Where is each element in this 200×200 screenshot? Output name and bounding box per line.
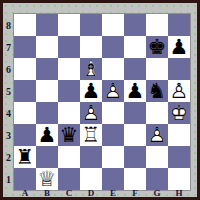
square-g8[interactable] — [146, 14, 168, 36]
square-h3[interactable] — [168, 124, 190, 146]
square-c1[interactable] — [58, 168, 80, 190]
square-g1[interactable] — [146, 168, 168, 190]
white-pawn-e5-outline: ♙ — [102, 80, 124, 102]
square-c6[interactable] — [58, 58, 80, 80]
square-e2[interactable] — [102, 146, 124, 168]
square-b6[interactable] — [36, 58, 58, 80]
white-queen-b1-outline: ♕ — [36, 168, 58, 190]
square-g6[interactable] — [146, 58, 168, 80]
square-d6[interactable]: ♝♗ — [80, 58, 102, 80]
rank-labels: 87654321 — [3, 14, 14, 190]
square-e1[interactable] — [102, 168, 124, 190]
file-labels: ABCDEFGH — [14, 189, 190, 197]
square-b8[interactable] — [36, 14, 58, 36]
square-a8[interactable] — [14, 14, 36, 36]
file-label-b: B — [36, 189, 58, 198]
black-pawn-h7[interactable]: ♟ — [168, 36, 190, 58]
square-h7[interactable]: ♟ — [168, 36, 190, 58]
square-e4[interactable] — [102, 102, 124, 124]
black-king-g7[interactable]: ♚ — [146, 36, 168, 58]
square-e6[interactable] — [102, 58, 124, 80]
square-d8[interactable] — [80, 14, 102, 36]
square-c5[interactable] — [58, 80, 80, 102]
black-queen-c3[interactable]: ♛ — [58, 124, 80, 146]
square-d2[interactable] — [80, 146, 102, 168]
square-h1[interactable] — [168, 168, 190, 190]
square-b7[interactable] — [36, 36, 58, 58]
rank-label-3: 3 — [3, 124, 14, 146]
square-f4[interactable] — [124, 102, 146, 124]
square-c2[interactable] — [58, 146, 80, 168]
rank-label-5: 5 — [3, 80, 14, 102]
square-c3[interactable]: ♛ — [58, 124, 80, 146]
square-d4[interactable]: ♟♙ — [80, 102, 102, 124]
square-a3[interactable] — [14, 124, 36, 146]
square-f7[interactable] — [124, 36, 146, 58]
chess-board[interactable]: ♚♟♝♗♟♟♙♟♞♟♙♟♙♚♔♟♛♜♖♟♙♜♛♕ — [14, 14, 190, 190]
square-b1[interactable]: ♛♕ — [36, 168, 58, 190]
square-h5[interactable]: ♟♙ — [168, 80, 190, 102]
square-h4[interactable]: ♚♔ — [168, 102, 190, 124]
square-g4[interactable] — [146, 102, 168, 124]
rank-label-4: 4 — [3, 102, 14, 124]
white-king-h4-outline: ♔ — [168, 102, 190, 124]
white-pawn-h5-outline: ♙ — [168, 80, 190, 102]
square-f1[interactable] — [124, 168, 146, 190]
rank-label-8: 8 — [3, 14, 14, 36]
square-f3[interactable] — [124, 124, 146, 146]
white-pawn-g3-outline: ♙ — [146, 124, 168, 146]
file-label-c: C — [58, 189, 80, 198]
white-rook-d3-outline: ♖ — [80, 124, 102, 146]
file-label-e: E — [102, 189, 124, 198]
square-g2[interactable] — [146, 146, 168, 168]
square-c8[interactable] — [58, 14, 80, 36]
square-h2[interactable] — [168, 146, 190, 168]
square-c4[interactable] — [58, 102, 80, 124]
square-e8[interactable] — [102, 14, 124, 36]
square-c7[interactable] — [58, 36, 80, 58]
file-label-g: G — [146, 189, 168, 198]
square-f8[interactable] — [124, 14, 146, 36]
square-a5[interactable] — [14, 80, 36, 102]
square-g5[interactable]: ♞ — [146, 80, 168, 102]
square-d5[interactable]: ♟ — [80, 80, 102, 102]
file-label-f: F — [124, 189, 146, 198]
square-f2[interactable] — [124, 146, 146, 168]
white-pawn-d4-outline: ♙ — [80, 102, 102, 124]
rank-label-2: 2 — [3, 146, 14, 168]
square-d3[interactable]: ♜♖ — [80, 124, 102, 146]
file-label-a: A — [14, 189, 36, 198]
square-b2[interactable] — [36, 146, 58, 168]
black-pawn-b3[interactable]: ♟ — [36, 124, 58, 146]
black-pawn-f5[interactable]: ♟ — [124, 80, 146, 102]
square-e5[interactable]: ♟♙ — [102, 80, 124, 102]
square-d1[interactable] — [80, 168, 102, 190]
square-g3[interactable]: ♟♙ — [146, 124, 168, 146]
square-a6[interactable] — [14, 58, 36, 80]
square-a2[interactable]: ♜ — [14, 146, 36, 168]
square-f5[interactable]: ♟ — [124, 80, 146, 102]
file-label-h: H — [168, 189, 190, 198]
square-f6[interactable] — [124, 58, 146, 80]
square-b5[interactable] — [36, 80, 58, 102]
rank-label-1: 1 — [3, 168, 14, 190]
square-e7[interactable] — [102, 36, 124, 58]
rank-label-7: 7 — [3, 36, 14, 58]
square-d7[interactable] — [80, 36, 102, 58]
file-label-d: D — [80, 189, 102, 198]
square-b4[interactable] — [36, 102, 58, 124]
board-frame: 87654321 ♚♟♝♗♟♟♙♟♞♟♙♟♙♚♔♟♛♜♖♟♙♜♛♕ ABCDEF… — [3, 3, 197, 197]
square-h8[interactable] — [168, 14, 190, 36]
square-a4[interactable] — [14, 102, 36, 124]
square-a1[interactable] — [14, 168, 36, 190]
white-bishop-d6-outline: ♗ — [80, 58, 102, 80]
black-pawn-d5[interactable]: ♟ — [80, 80, 102, 102]
square-e3[interactable] — [102, 124, 124, 146]
square-h6[interactable] — [168, 58, 190, 80]
rank-label-6: 6 — [3, 58, 14, 80]
black-rook-a2[interactable]: ♜ — [14, 146, 36, 168]
black-knight-g5[interactable]: ♞ — [146, 80, 168, 102]
square-b3[interactable]: ♟ — [36, 124, 58, 146]
square-a7[interactable] — [14, 36, 36, 58]
chess-window: 87654321 ♚♟♝♗♟♟♙♟♞♟♙♟♙♚♔♟♛♜♖♟♙♜♛♕ ABCDEF… — [0, 0, 200, 200]
square-g7[interactable]: ♚ — [146, 36, 168, 58]
